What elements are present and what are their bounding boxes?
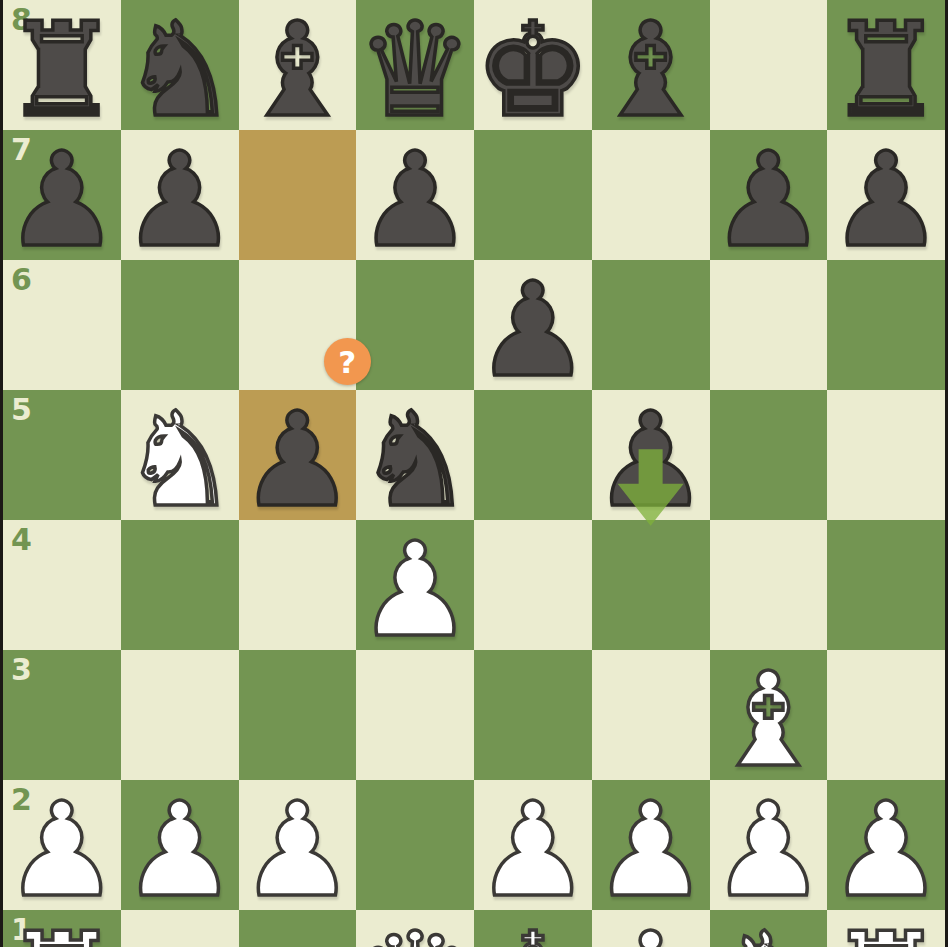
square-b5[interactable]: ♞ bbox=[121, 390, 239, 520]
square-g8[interactable] bbox=[710, 0, 828, 130]
square-d1[interactable]: d♛ bbox=[356, 910, 474, 947]
black-knight[interactable]: ♞ bbox=[357, 395, 474, 525]
square-b4[interactable] bbox=[121, 520, 239, 650]
black-queen[interactable]: ♛ bbox=[357, 5, 474, 135]
square-g5[interactable] bbox=[710, 390, 828, 520]
square-a7[interactable]: 7♟ bbox=[3, 130, 121, 260]
square-e6[interactable]: ♟ bbox=[474, 260, 592, 390]
black-pawn[interactable]: ♟ bbox=[710, 135, 827, 265]
black-bishop[interactable]: ♝ bbox=[239, 5, 356, 135]
square-e8[interactable]: ♚ bbox=[474, 0, 592, 130]
black-king[interactable]: ♚ bbox=[475, 5, 592, 135]
square-c5[interactable]: ♟ bbox=[239, 390, 357, 520]
black-pawn[interactable]: ♟ bbox=[239, 395, 356, 525]
square-h8[interactable]: ♜ bbox=[827, 0, 945, 130]
square-d4[interactable]: ♟ bbox=[356, 520, 474, 650]
white-pawn[interactable]: ♟ bbox=[357, 525, 474, 655]
square-b6[interactable] bbox=[121, 260, 239, 390]
square-d8[interactable]: ♛ bbox=[356, 0, 474, 130]
black-knight[interactable]: ♞ bbox=[121, 5, 238, 135]
square-f3[interactable] bbox=[592, 650, 710, 780]
square-b1[interactable]: b bbox=[121, 910, 239, 947]
white-pawn[interactable]: ♟ bbox=[239, 785, 356, 915]
square-h6[interactable] bbox=[827, 260, 945, 390]
square-b8[interactable]: ♞ bbox=[121, 0, 239, 130]
square-h4[interactable] bbox=[827, 520, 945, 650]
square-d2[interactable] bbox=[356, 780, 474, 910]
white-rook[interactable]: ♜ bbox=[4, 915, 121, 947]
rank-label-4: 4 bbox=[11, 525, 32, 555]
square-d3[interactable] bbox=[356, 650, 474, 780]
white-pawn[interactable]: ♟ bbox=[4, 785, 121, 915]
square-g6[interactable] bbox=[710, 260, 828, 390]
black-pawn[interactable]: ♟ bbox=[4, 135, 121, 265]
white-knight[interactable]: ♞ bbox=[121, 395, 238, 525]
square-a2[interactable]: 2♟ bbox=[3, 780, 121, 910]
square-g1[interactable]: g♞ bbox=[710, 910, 828, 947]
white-queen[interactable]: ♛ bbox=[357, 915, 474, 947]
white-king[interactable]: ♚ bbox=[475, 915, 592, 947]
white-rook[interactable]: ♜ bbox=[828, 915, 945, 947]
black-rook[interactable]: ♜ bbox=[4, 5, 121, 135]
square-e3[interactable] bbox=[474, 650, 592, 780]
black-bishop[interactable]: ♝ bbox=[592, 5, 709, 135]
white-bishop[interactable]: ♝ bbox=[710, 655, 827, 785]
square-h2[interactable]: ♟ bbox=[827, 780, 945, 910]
square-e2[interactable]: ♟ bbox=[474, 780, 592, 910]
black-pawn[interactable]: ♟ bbox=[828, 135, 945, 265]
mistake-badge: ? bbox=[324, 338, 371, 385]
square-g4[interactable] bbox=[710, 520, 828, 650]
rank-label-5: 5 bbox=[11, 395, 32, 425]
square-a1[interactable]: 1a♜ bbox=[3, 910, 121, 947]
square-f1[interactable]: f♝ bbox=[592, 910, 710, 947]
square-e7[interactable] bbox=[474, 130, 592, 260]
square-d6[interactable] bbox=[356, 260, 474, 390]
white-pawn[interactable]: ♟ bbox=[592, 785, 709, 915]
chess-board: 8♜♞♝♛♚♝♜7♟♟♟♟♟6♟5♞♟♞♟4♟3♝2♟♟♟♟♟♟♟1a♜bcd♛… bbox=[3, 0, 945, 941]
square-d7[interactable]: ♟ bbox=[356, 130, 474, 260]
square-a4[interactable]: 4 bbox=[3, 520, 121, 650]
white-bishop[interactable]: ♝ bbox=[592, 915, 709, 947]
square-e1[interactable]: e♚ bbox=[474, 910, 592, 947]
square-f2[interactable]: ♟ bbox=[592, 780, 710, 910]
white-pawn[interactable]: ♟ bbox=[475, 785, 592, 915]
square-f4[interactable] bbox=[592, 520, 710, 650]
square-h5[interactable] bbox=[827, 390, 945, 520]
square-f8[interactable]: ♝ bbox=[592, 0, 710, 130]
square-a8[interactable]: 8♜ bbox=[3, 0, 121, 130]
square-a3[interactable]: 3 bbox=[3, 650, 121, 780]
square-h1[interactable]: h♜ bbox=[827, 910, 945, 947]
square-f6[interactable] bbox=[592, 260, 710, 390]
black-pawn[interactable]: ♟ bbox=[592, 395, 709, 525]
square-b3[interactable] bbox=[121, 650, 239, 780]
white-pawn[interactable]: ♟ bbox=[710, 785, 827, 915]
square-c1[interactable]: c bbox=[239, 910, 357, 947]
square-c7[interactable] bbox=[239, 130, 357, 260]
square-h7[interactable]: ♟ bbox=[827, 130, 945, 260]
square-c8[interactable]: ♝ bbox=[239, 0, 357, 130]
square-a5[interactable]: 5 bbox=[3, 390, 121, 520]
white-pawn[interactable]: ♟ bbox=[828, 785, 945, 915]
square-e4[interactable] bbox=[474, 520, 592, 650]
black-pawn[interactable]: ♟ bbox=[357, 135, 474, 265]
square-b7[interactable]: ♟ bbox=[121, 130, 239, 260]
black-pawn[interactable]: ♟ bbox=[475, 265, 592, 395]
square-f7[interactable] bbox=[592, 130, 710, 260]
square-d5[interactable]: ♞ bbox=[356, 390, 474, 520]
square-h3[interactable] bbox=[827, 650, 945, 780]
square-g2[interactable]: ♟ bbox=[710, 780, 828, 910]
black-pawn[interactable]: ♟ bbox=[121, 135, 238, 265]
rank-label-6: 6 bbox=[11, 265, 32, 295]
white-knight[interactable]: ♞ bbox=[710, 915, 827, 947]
square-g3[interactable]: ♝ bbox=[710, 650, 828, 780]
square-c4[interactable] bbox=[239, 520, 357, 650]
square-c3[interactable] bbox=[239, 650, 357, 780]
square-g7[interactable]: ♟ bbox=[710, 130, 828, 260]
black-rook[interactable]: ♜ bbox=[828, 5, 945, 135]
square-e5[interactable] bbox=[474, 390, 592, 520]
page-background: 8♜♞♝♛♚♝♜7♟♟♟♟♟6♟5♞♟♞♟4♟3♝2♟♟♟♟♟♟♟1a♜bcd♛… bbox=[0, 0, 948, 947]
square-b2[interactable]: ♟ bbox=[121, 780, 239, 910]
rank-label-3: 3 bbox=[11, 655, 32, 685]
square-c2[interactable]: ♟ bbox=[239, 780, 357, 910]
square-f5[interactable]: ♟ bbox=[592, 390, 710, 520]
white-pawn[interactable]: ♟ bbox=[121, 785, 238, 915]
square-a6[interactable]: 6 bbox=[3, 260, 121, 390]
